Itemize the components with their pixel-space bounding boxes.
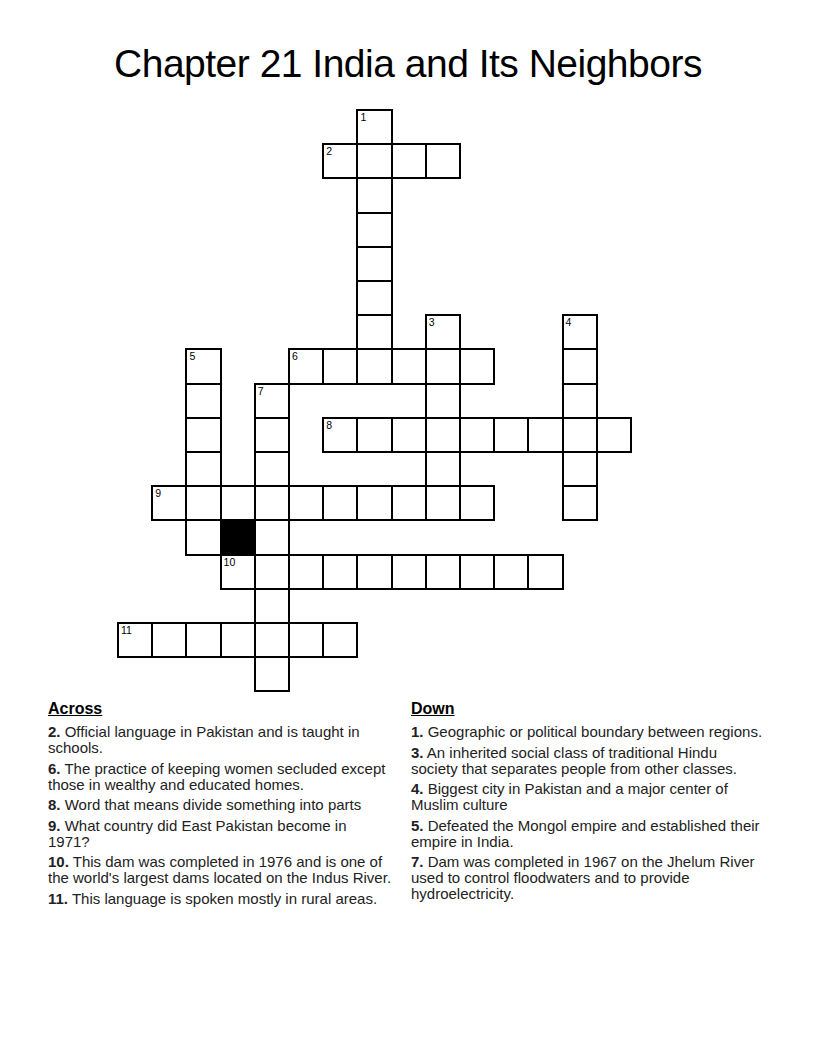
grid-cell[interactable] bbox=[562, 417, 598, 453]
grid-cell[interactable] bbox=[425, 485, 461, 521]
grid-cell[interactable] bbox=[425, 143, 461, 179]
grid-cell[interactable] bbox=[425, 417, 461, 453]
grid-cell[interactable] bbox=[322, 485, 358, 521]
grid-cell[interactable] bbox=[185, 451, 221, 487]
grid-cell[interactable]: 3 bbox=[425, 314, 461, 350]
clue-text: Geographic or political boundary between… bbox=[424, 723, 763, 740]
grid-cell[interactable]: 1 bbox=[356, 109, 392, 145]
grid-cell[interactable] bbox=[356, 212, 392, 248]
grid-cell[interactable] bbox=[288, 622, 324, 658]
clue-text: What country did East Pakistan become in… bbox=[48, 817, 347, 850]
grid-cell[interactable] bbox=[356, 177, 392, 213]
grid-cell[interactable] bbox=[151, 622, 187, 658]
crossword-grid: 1234567891011 bbox=[118, 110, 632, 692]
cell-number: 6 bbox=[292, 350, 298, 362]
cell-number: 3 bbox=[429, 316, 435, 328]
grid-cell[interactable] bbox=[288, 485, 324, 521]
clue-number: 10. bbox=[48, 853, 69, 870]
grid-cell[interactable] bbox=[562, 485, 598, 521]
cell-number: 2 bbox=[326, 145, 332, 157]
grid-cell[interactable] bbox=[322, 348, 358, 384]
grid-cell[interactable] bbox=[254, 656, 290, 692]
grid-cell[interactable] bbox=[425, 451, 461, 487]
across-clues: 2. Official language in Pakistan and is … bbox=[48, 724, 392, 907]
cell-number: 8 bbox=[326, 419, 332, 431]
cell-number: 10 bbox=[224, 556, 236, 568]
clue-text: Official language in Pakistan and is tau… bbox=[48, 723, 360, 756]
clue-text: The practice of keeping women secluded e… bbox=[48, 760, 385, 793]
grid-cell[interactable] bbox=[459, 348, 495, 384]
across-section: Across 2. Official language in Pakistan … bbox=[48, 700, 392, 911]
grid-cell[interactable]: 9 bbox=[151, 485, 187, 521]
grid-cell[interactable] bbox=[185, 383, 221, 419]
grid-cell[interactable] bbox=[254, 485, 290, 521]
clue-item: 6. The practice of keeping women seclude… bbox=[48, 761, 392, 793]
cell-number: 4 bbox=[566, 316, 572, 328]
cell-number: 1 bbox=[360, 111, 366, 123]
grid-cell[interactable] bbox=[220, 485, 256, 521]
grid-cell[interactable] bbox=[425, 554, 461, 590]
across-heading: Across bbox=[48, 700, 392, 718]
clue-item: 11. This language is spoken mostly in ru… bbox=[48, 891, 392, 907]
clue-text: Defeated the Mongol empire and establish… bbox=[411, 817, 760, 850]
clue-item: 7. Dam was completed in 1967 on the Jhel… bbox=[411, 854, 763, 902]
grid-cell[interactable] bbox=[356, 246, 392, 282]
black-cell bbox=[220, 519, 256, 555]
down-section: Down 1. Geographic or political boundary… bbox=[411, 700, 763, 907]
grid-cell[interactable] bbox=[391, 348, 427, 384]
cell-number: 9 bbox=[155, 487, 161, 499]
grid-cell[interactable]: 2 bbox=[322, 143, 358, 179]
clue-number: 2. bbox=[48, 723, 61, 740]
clue-item: 1. Geographic or political boundary betw… bbox=[411, 724, 763, 740]
grid-cell[interactable] bbox=[459, 485, 495, 521]
clue-number: 11. bbox=[48, 890, 68, 907]
grid-cell[interactable] bbox=[185, 519, 221, 555]
grid-cell[interactable] bbox=[596, 417, 632, 453]
clue-text: Word that means divide something into pa… bbox=[61, 796, 362, 813]
clue-number: 8. bbox=[48, 796, 61, 813]
down-heading: Down bbox=[411, 700, 763, 718]
grid-cell[interactable]: 5 bbox=[185, 348, 221, 384]
grid-cell[interactable] bbox=[185, 485, 221, 521]
grid-cell[interactable] bbox=[254, 622, 290, 658]
grid-cell[interactable] bbox=[254, 588, 290, 624]
cell-number: 5 bbox=[189, 350, 195, 362]
grid-cell[interactable] bbox=[493, 554, 529, 590]
grid-cell[interactable] bbox=[254, 519, 290, 555]
cell-number: 7 bbox=[258, 385, 264, 397]
clue-item: 10. This dam was completed in 1976 and i… bbox=[48, 854, 392, 886]
clue-text: This dam was completed in 1976 and is on… bbox=[48, 853, 391, 886]
grid-cell[interactable] bbox=[356, 417, 392, 453]
clue-number: 5. bbox=[411, 817, 424, 834]
crossword-page: Chapter 21 India and Its Neighbors 12345… bbox=[0, 0, 816, 1056]
grid-cell[interactable] bbox=[425, 348, 461, 384]
grid-cell[interactable] bbox=[356, 348, 392, 384]
grid-cell[interactable] bbox=[356, 314, 392, 350]
clue-item: 9. What country did East Pakistan become… bbox=[48, 818, 392, 850]
grid-cell[interactable] bbox=[527, 417, 563, 453]
clue-number: 3. bbox=[411, 744, 424, 761]
grid-cell[interactable] bbox=[185, 417, 221, 453]
grid-cell[interactable] bbox=[288, 554, 324, 590]
grid-cell[interactable] bbox=[459, 554, 495, 590]
grid-cell[interactable] bbox=[254, 554, 290, 590]
grid-cell[interactable] bbox=[356, 143, 392, 179]
grid-cell[interactable] bbox=[322, 622, 358, 658]
grid-cell[interactable] bbox=[425, 383, 461, 419]
grid-cell[interactable]: 10 bbox=[220, 554, 256, 590]
clue-item: 4. Biggest city in Pakistan and a major … bbox=[411, 781, 763, 813]
page-title: Chapter 21 India and Its Neighbors bbox=[0, 42, 816, 86]
clue-text: Dam was completed in 1967 on the Jhelum … bbox=[411, 853, 755, 902]
clue-item: 5. Defeated the Mongol empire and establ… bbox=[411, 818, 763, 850]
grid-cell[interactable] bbox=[493, 417, 529, 453]
grid-cell[interactable]: 7 bbox=[254, 383, 290, 419]
grid-cell[interactable] bbox=[562, 383, 598, 419]
grid-cell[interactable]: 8 bbox=[322, 417, 358, 453]
grid-cell[interactable] bbox=[254, 451, 290, 487]
grid-cell[interactable] bbox=[185, 622, 221, 658]
grid-cell[interactable] bbox=[459, 417, 495, 453]
clue-item: 8. Word that means divide something into… bbox=[48, 797, 392, 813]
grid-cell[interactable] bbox=[356, 280, 392, 316]
grid-cell[interactable] bbox=[562, 348, 598, 384]
clue-text: An inherited social class of traditional… bbox=[411, 744, 737, 777]
clue-number: 4. bbox=[411, 780, 424, 797]
grid-cell[interactable] bbox=[356, 485, 392, 521]
grid-cell[interactable]: 11 bbox=[117, 622, 153, 658]
grid-cell[interactable]: 6 bbox=[288, 348, 324, 384]
grid-cell[interactable] bbox=[391, 485, 427, 521]
down-clues: 1. Geographic or political boundary betw… bbox=[411, 724, 763, 902]
cell-number: 11 bbox=[121, 624, 132, 636]
grid-cell[interactable] bbox=[322, 554, 358, 590]
grid-cell[interactable] bbox=[220, 622, 256, 658]
grid-cell[interactable]: 4 bbox=[562, 314, 598, 350]
clue-item: 2. Official language in Pakistan and is … bbox=[48, 724, 392, 756]
clue-number: 9. bbox=[48, 817, 61, 834]
clue-text: This language is spoken mostly in rural … bbox=[68, 890, 377, 907]
clue-item: 3. An inherited social class of traditio… bbox=[411, 745, 763, 777]
grid-cell[interactable] bbox=[391, 554, 427, 590]
clue-number: 1. bbox=[411, 723, 424, 740]
grid-cell[interactable] bbox=[527, 554, 563, 590]
grid-cell[interactable] bbox=[356, 554, 392, 590]
clue-number: 7. bbox=[411, 853, 424, 870]
grid-cell[interactable] bbox=[254, 417, 290, 453]
clue-text: Biggest city in Pakistan and a major cen… bbox=[411, 780, 728, 813]
clue-number: 6. bbox=[48, 760, 61, 777]
grid-cell[interactable] bbox=[391, 143, 427, 179]
grid-cell[interactable] bbox=[562, 451, 598, 487]
grid-cell[interactable] bbox=[391, 417, 427, 453]
